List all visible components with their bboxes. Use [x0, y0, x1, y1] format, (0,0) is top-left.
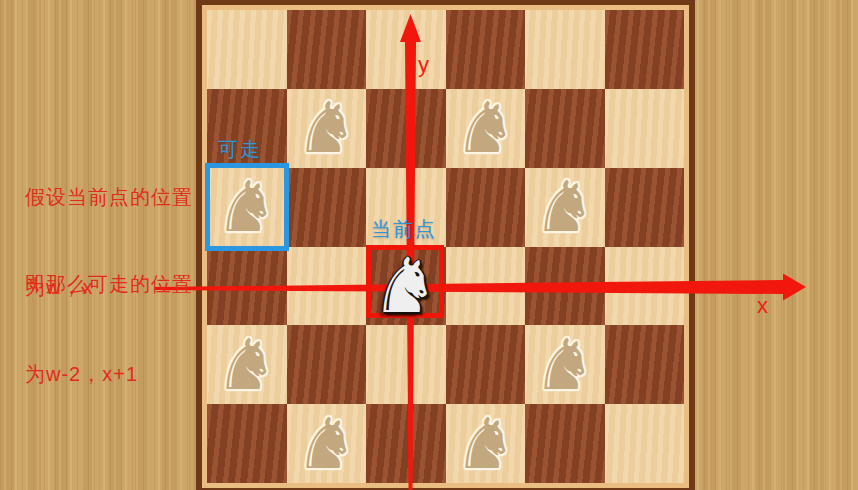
board-cell-r6c1	[207, 404, 287, 483]
board-cell-r2c5	[525, 89, 605, 168]
board-cell-r5c4	[446, 325, 526, 404]
board-cell-r3c4	[446, 168, 526, 247]
board-cell-r5c2	[287, 325, 367, 404]
board-cell-r2c2	[287, 89, 367, 168]
annotation-assume-line1: 假设当前点的位置	[25, 182, 193, 212]
board-cell-r4c5	[525, 247, 605, 326]
board-cell-r5c1	[207, 325, 287, 404]
x-axis-label: x	[757, 293, 768, 319]
board-cell-r6c4	[446, 404, 526, 483]
board-cell-r6c5	[525, 404, 605, 483]
board-cell-r4c4	[446, 247, 526, 326]
annotation-assume-line2: 为w，x	[25, 272, 193, 302]
board-cell-r1c2	[287, 10, 367, 89]
board-cell-r6c6	[605, 404, 685, 483]
board-cell-r5c5	[525, 325, 605, 404]
board-cell-r5c6	[605, 325, 685, 404]
x-axis-arrowhead-icon	[783, 274, 806, 301]
board-cell-r2c1	[207, 89, 287, 168]
board-cell-r3c5	[525, 168, 605, 247]
board-cell-r5c3	[366, 325, 446, 404]
board-cell-r2c4	[446, 89, 526, 168]
annotation-result: 即那么可走的位置 为w-2，x+1	[25, 209, 193, 449]
board-cell-r2c3	[366, 89, 446, 168]
board-cell-r1c4	[446, 10, 526, 89]
annotation-result-line2: 为w-2，x+1	[25, 359, 193, 389]
board-cell-r1c3	[366, 10, 446, 89]
board-cell-r1c5	[525, 10, 605, 89]
board-cell-r6c3	[366, 404, 446, 483]
board-cell-r3c2	[287, 168, 367, 247]
board-cell-r4c2	[287, 247, 367, 326]
board-cell-r6c2	[287, 404, 367, 483]
board-cell-r1c1	[207, 10, 287, 89]
board-cell-r1c6	[605, 10, 685, 89]
annotation-result-line1: 即那么可走的位置	[25, 269, 193, 299]
annotation-assume: 假设当前点的位置 为w，x	[25, 122, 193, 362]
board-cell-r4c6	[605, 247, 685, 326]
screenshot-root: ♞♞♞♞♞♞♞♞♞ 可走 当前点 y x 假设当前点的位置 为w，x 即那么可走…	[0, 0, 858, 490]
board-cell-r3c6	[605, 168, 685, 247]
board-cell-r3c3	[366, 168, 446, 247]
current-square-highlight	[366, 245, 444, 318]
board-cell-r2c6	[605, 89, 685, 168]
board-cell-r4c1	[207, 247, 287, 326]
movable-square-highlight	[205, 163, 289, 251]
